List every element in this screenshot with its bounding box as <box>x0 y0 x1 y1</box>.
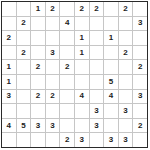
cell-r4c1[interactable] <box>2 46 16 60</box>
cell-r5c5[interactable]: 2 <box>60 60 74 74</box>
mosaic-board: 122222432112312122215322443334533322333 <box>1 1 148 148</box>
cell-r4c8[interactable] <box>104 46 118 60</box>
cell-r10c1[interactable] <box>2 133 16 147</box>
cell-r9c4[interactable]: 3 <box>46 119 60 133</box>
cell-r6c7[interactable] <box>90 75 104 89</box>
cell-r3c9[interactable] <box>119 31 133 45</box>
cell-r9c5[interactable] <box>60 119 74 133</box>
cell-r7c1[interactable]: 3 <box>2 90 16 104</box>
cell-r8c6[interactable] <box>75 104 89 118</box>
cell-r1c5[interactable] <box>60 2 74 16</box>
cell-r4c10[interactable] <box>133 46 147 60</box>
cell-r7c10[interactable]: 3 <box>133 90 147 104</box>
cell-r2c3[interactable] <box>31 17 45 31</box>
cell-r1c8[interactable] <box>104 2 118 16</box>
cell-r1c4[interactable]: 2 <box>46 2 60 16</box>
cell-r9c10[interactable]: 2 <box>133 119 147 133</box>
cell-r5c3[interactable]: 2 <box>31 60 45 74</box>
cell-r2c2[interactable]: 2 <box>17 17 31 31</box>
cell-r7c8[interactable]: 4 <box>104 90 118 104</box>
cell-r5c9[interactable] <box>119 60 133 74</box>
cell-r1c9[interactable]: 2 <box>119 2 133 16</box>
cell-r4c5[interactable] <box>60 46 74 60</box>
cell-r1c1[interactable] <box>2 2 16 16</box>
cell-r1c7[interactable]: 2 <box>90 2 104 16</box>
cell-r8c3[interactable] <box>31 104 45 118</box>
cell-r8c8[interactable] <box>104 104 118 118</box>
cell-r2c7[interactable] <box>90 17 104 31</box>
cell-r10c4[interactable] <box>46 133 60 147</box>
cell-r3c6[interactable]: 1 <box>75 31 89 45</box>
cell-r1c2[interactable] <box>17 2 31 16</box>
cell-r8c7[interactable]: 3 <box>90 104 104 118</box>
cell-r6c9[interactable] <box>119 75 133 89</box>
cell-r10c8[interactable]: 3 <box>104 133 118 147</box>
cell-r3c7[interactable] <box>90 31 104 45</box>
cell-r2c9[interactable] <box>119 17 133 31</box>
cell-r2c1[interactable] <box>2 17 16 31</box>
cell-r10c10[interactable] <box>133 133 147 147</box>
cell-r9c7[interactable]: 3 <box>90 119 104 133</box>
cell-r5c4[interactable] <box>46 60 60 74</box>
cell-r7c9[interactable] <box>119 90 133 104</box>
cell-r6c3[interactable] <box>31 75 45 89</box>
cell-r1c6[interactable]: 2 <box>75 2 89 16</box>
cell-r7c4[interactable]: 2 <box>46 90 60 104</box>
cell-r4c4[interactable]: 3 <box>46 46 60 60</box>
cell-r6c8[interactable]: 5 <box>104 75 118 89</box>
cell-r8c4[interactable] <box>46 104 60 118</box>
cell-r5c7[interactable] <box>90 60 104 74</box>
cell-r2c5[interactable]: 4 <box>60 17 74 31</box>
cell-r3c4[interactable] <box>46 31 60 45</box>
cell-r7c3[interactable]: 2 <box>31 90 45 104</box>
cell-r10c5[interactable]: 2 <box>60 133 74 147</box>
cell-r9c3[interactable]: 3 <box>31 119 45 133</box>
cell-r9c2[interactable]: 5 <box>17 119 31 133</box>
cell-r7c7[interactable] <box>90 90 104 104</box>
cell-r2c4[interactable] <box>46 17 60 31</box>
cell-r4c2[interactable]: 2 <box>17 46 31 60</box>
cell-r4c6[interactable]: 1 <box>75 46 89 60</box>
cell-r3c5[interactable] <box>60 31 74 45</box>
cell-r8c1[interactable] <box>2 104 16 118</box>
cell-r1c10[interactable] <box>133 2 147 16</box>
cell-r6c1[interactable]: 1 <box>2 75 16 89</box>
cell-r5c1[interactable]: 1 <box>2 60 16 74</box>
cell-r5c2[interactable] <box>17 60 31 74</box>
cell-r5c8[interactable] <box>104 60 118 74</box>
cell-r2c6[interactable] <box>75 17 89 31</box>
cell-r10c9[interactable]: 3 <box>119 133 133 147</box>
cell-r3c8[interactable]: 1 <box>104 31 118 45</box>
cell-r5c6[interactable] <box>75 60 89 74</box>
cell-r3c2[interactable] <box>17 31 31 45</box>
cell-r6c5[interactable] <box>60 75 74 89</box>
cell-r3c3[interactable] <box>31 31 45 45</box>
cell-r8c9[interactable]: 3 <box>119 104 133 118</box>
cell-r4c9[interactable]: 2 <box>119 46 133 60</box>
cell-r5c10[interactable]: 2 <box>133 60 147 74</box>
cell-r3c10[interactable] <box>133 31 147 45</box>
cell-r9c9[interactable] <box>119 119 133 133</box>
cell-r7c2[interactable] <box>17 90 31 104</box>
puzzle-screen: 122222432112312122215322443334533322333 <box>0 0 150 150</box>
cell-r10c3[interactable] <box>31 133 45 147</box>
cell-r7c6[interactable]: 4 <box>75 90 89 104</box>
cell-r10c2[interactable] <box>17 133 31 147</box>
cell-r4c3[interactable] <box>31 46 45 60</box>
cell-r6c6[interactable] <box>75 75 89 89</box>
cell-r3c1[interactable]: 2 <box>2 31 16 45</box>
cell-r8c10[interactable] <box>133 104 147 118</box>
cell-r8c5[interactable] <box>60 104 74 118</box>
cell-r10c7[interactable] <box>90 133 104 147</box>
cell-r2c10[interactable]: 3 <box>133 17 147 31</box>
cell-r8c2[interactable] <box>17 104 31 118</box>
cell-r9c8[interactable] <box>104 119 118 133</box>
cell-r1c3[interactable]: 1 <box>31 2 45 16</box>
cell-r6c4[interactable] <box>46 75 60 89</box>
cell-r2c8[interactable] <box>104 17 118 31</box>
cell-r7c5[interactable] <box>60 90 74 104</box>
cell-r9c1[interactable]: 4 <box>2 119 16 133</box>
cell-r6c10[interactable] <box>133 75 147 89</box>
cell-r6c2[interactable] <box>17 75 31 89</box>
cell-r4c7[interactable] <box>90 46 104 60</box>
cell-r9c6[interactable] <box>75 119 89 133</box>
cell-r10c6[interactable]: 3 <box>75 133 89 147</box>
